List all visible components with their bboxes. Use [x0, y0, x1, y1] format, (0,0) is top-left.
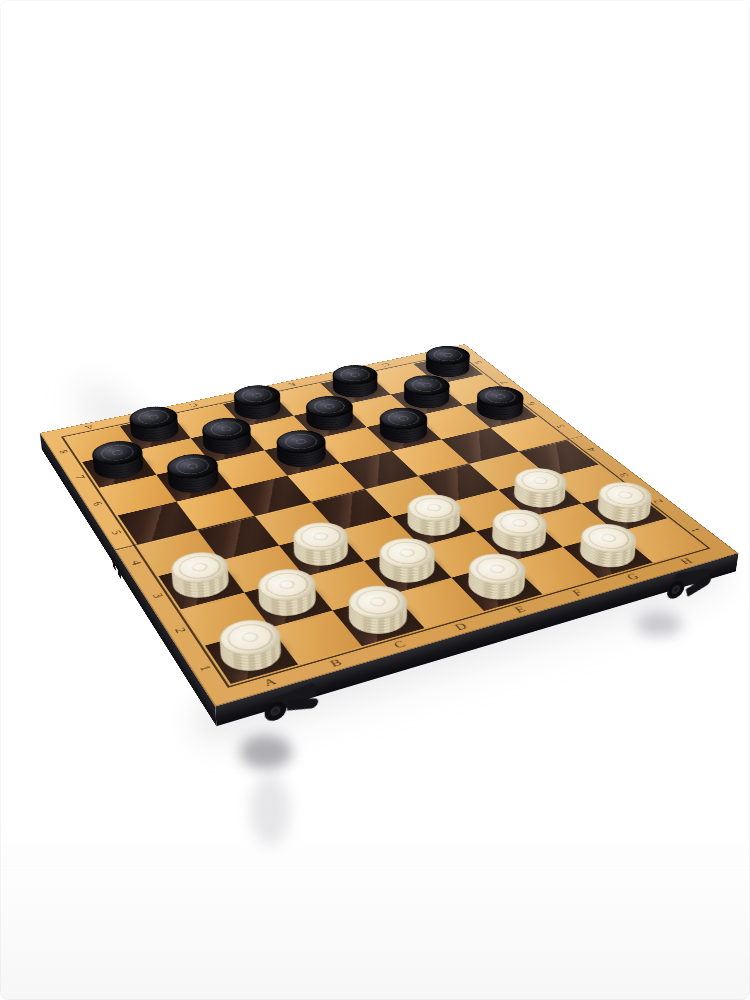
latch-arm: [286, 698, 319, 711]
checkers-board: ABCDEFGH ABCDEFGH 87654321 87654321: [40, 344, 739, 706]
latch-reflection: [636, 612, 682, 636]
hinge-tab: [117, 563, 121, 579]
latch-reflection: [240, 735, 292, 769]
product-photo: ABCDEFGH ABCDEFGH 87654321 87654321: [0, 0, 750, 1000]
latch-reflection: [250, 775, 290, 845]
latch-knob: [264, 699, 286, 724]
latch-knob: [666, 579, 685, 601]
